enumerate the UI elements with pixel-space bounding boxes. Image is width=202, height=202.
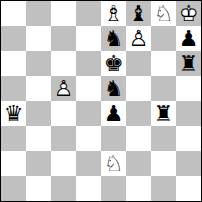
black-knight[interactable]: ♞ — [101, 26, 126, 51]
square-e3[interactable] — [101, 126, 126, 151]
square-h5[interactable] — [176, 76, 201, 101]
black-king[interactable]: ♚ — [101, 51, 126, 76]
square-f8[interactable]: ♝ — [126, 1, 151, 26]
square-b7[interactable] — [26, 26, 51, 51]
square-h8[interactable]: ♚♔ — [176, 1, 201, 26]
square-b1[interactable] — [26, 176, 51, 201]
square-e7[interactable]: ♞ — [101, 26, 126, 51]
chess-board: ♝♗♝♞♘♚♔♞♟♙♟♚♜♟♙♞♛♟♜♞♘ — [1, 1, 201, 201]
square-c7[interactable] — [51, 26, 76, 51]
square-g3[interactable] — [151, 126, 176, 151]
square-d8[interactable] — [76, 1, 101, 26]
square-b2[interactable] — [26, 151, 51, 176]
square-c1[interactable] — [51, 176, 76, 201]
square-c2[interactable] — [51, 151, 76, 176]
square-e5[interactable]: ♞ — [101, 76, 126, 101]
square-h4[interactable] — [176, 101, 201, 126]
square-g2[interactable] — [151, 151, 176, 176]
square-c5[interactable]: ♟♙ — [51, 76, 76, 101]
square-f4[interactable] — [126, 101, 151, 126]
black-bishop[interactable]: ♝ — [126, 1, 151, 26]
square-e4[interactable]: ♟ — [101, 101, 126, 126]
square-c6[interactable] — [51, 51, 76, 76]
black-queen[interactable]: ♛ — [1, 101, 26, 126]
black-rook[interactable]: ♜ — [151, 101, 176, 126]
square-d2[interactable] — [76, 151, 101, 176]
square-c3[interactable] — [51, 126, 76, 151]
square-f7[interactable]: ♟♙ — [126, 26, 151, 51]
square-h7[interactable]: ♟ — [176, 26, 201, 51]
square-e1[interactable] — [101, 176, 126, 201]
square-g7[interactable] — [151, 26, 176, 51]
square-a7[interactable] — [1, 26, 26, 51]
white-bishop[interactable]: ♗ — [101, 1, 126, 26]
square-g5[interactable] — [151, 76, 176, 101]
square-a8[interactable] — [1, 1, 26, 26]
square-a4[interactable]: ♛ — [1, 101, 26, 126]
square-d6[interactable] — [76, 51, 101, 76]
square-c4[interactable] — [51, 101, 76, 126]
square-a1[interactable] — [1, 176, 26, 201]
square-f5[interactable] — [126, 76, 151, 101]
square-d4[interactable] — [76, 101, 101, 126]
square-b3[interactable] — [26, 126, 51, 151]
black-pawn[interactable]: ♟ — [176, 26, 201, 51]
chess-board-frame: ♝♗♝♞♘♚♔♞♟♙♟♚♜♟♙♞♛♟♜♞♘ — [0, 0, 202, 202]
square-d7[interactable] — [76, 26, 101, 51]
white-pawn[interactable]: ♙ — [126, 26, 151, 51]
white-king[interactable]: ♔ — [176, 1, 201, 26]
square-c8[interactable] — [51, 1, 76, 26]
square-e8[interactable]: ♝♗ — [101, 1, 126, 26]
black-rook[interactable]: ♜ — [176, 51, 201, 76]
square-h3[interactable] — [176, 126, 201, 151]
square-f2[interactable] — [126, 151, 151, 176]
square-a5[interactable] — [1, 76, 26, 101]
black-knight[interactable]: ♞ — [101, 76, 126, 101]
white-pawn[interactable]: ♙ — [51, 76, 76, 101]
white-knight[interactable]: ♘ — [101, 151, 126, 176]
square-a3[interactable] — [1, 126, 26, 151]
square-h1[interactable] — [176, 176, 201, 201]
square-f1[interactable] — [126, 176, 151, 201]
square-g4[interactable]: ♜ — [151, 101, 176, 126]
square-h2[interactable] — [176, 151, 201, 176]
square-f3[interactable] — [126, 126, 151, 151]
square-a2[interactable] — [1, 151, 26, 176]
square-d1[interactable] — [76, 176, 101, 201]
square-d5[interactable] — [76, 76, 101, 101]
square-b6[interactable] — [26, 51, 51, 76]
black-pawn[interactable]: ♟ — [101, 101, 126, 126]
square-d3[interactable] — [76, 126, 101, 151]
square-g6[interactable] — [151, 51, 176, 76]
square-e6[interactable]: ♚ — [101, 51, 126, 76]
square-b5[interactable] — [26, 76, 51, 101]
square-b4[interactable] — [26, 101, 51, 126]
square-b8[interactable] — [26, 1, 51, 26]
square-g1[interactable] — [151, 176, 176, 201]
square-h6[interactable]: ♜ — [176, 51, 201, 76]
square-f6[interactable] — [126, 51, 151, 76]
square-a6[interactable] — [1, 51, 26, 76]
white-knight[interactable]: ♘ — [151, 1, 176, 26]
square-e2[interactable]: ♞♘ — [101, 151, 126, 176]
square-g8[interactable]: ♞♘ — [151, 1, 176, 26]
